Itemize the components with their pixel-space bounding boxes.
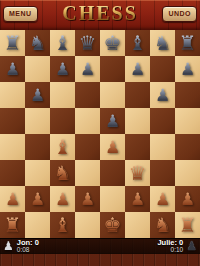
square-c3[interactable]: ♞ <box>50 160 75 186</box>
piece-black-pawn[interactable]: ♟ <box>130 56 145 82</box>
square-b7[interactable] <box>25 56 50 82</box>
square-b3[interactable] <box>25 160 50 186</box>
piece-black-knight[interactable]: ♞ <box>154 30 172 56</box>
square-f7[interactable]: ♟ <box>125 56 150 82</box>
square-d6[interactable] <box>75 82 100 108</box>
square-d1[interactable] <box>75 212 100 238</box>
square-a7[interactable]: ♟ <box>0 56 25 82</box>
square-f3[interactable]: ♛ <box>125 160 150 186</box>
white-player-info: ♟ Jon: 0 0:08 <box>3 239 39 254</box>
square-a8[interactable]: ♜ <box>0 30 25 56</box>
square-d2[interactable]: ♟ <box>75 186 100 212</box>
square-d7[interactable]: ♟ <box>75 56 100 82</box>
square-f8[interactable]: ♝ <box>125 30 150 56</box>
piece-black-bishop[interactable]: ♝ <box>129 30 147 56</box>
piece-white-rook[interactable]: ♜ <box>179 212 197 238</box>
square-b1[interactable] <box>25 212 50 238</box>
piece-black-rook[interactable]: ♜ <box>4 30 22 56</box>
square-g1[interactable]: ♞ <box>150 212 175 238</box>
square-c7[interactable]: ♟ <box>50 56 75 82</box>
square-d4[interactable] <box>75 134 100 160</box>
piece-black-pawn[interactable]: ♟ <box>155 82 170 108</box>
square-c8[interactable]: ♝ <box>50 30 75 56</box>
square-b2[interactable]: ♟ <box>25 186 50 212</box>
square-c6[interactable] <box>50 82 75 108</box>
piece-white-bishop[interactable]: ♝ <box>54 212 72 238</box>
square-b6[interactable]: ♟ <box>25 82 50 108</box>
square-e1[interactable]: ♚ <box>100 212 125 238</box>
square-f4[interactable] <box>125 134 150 160</box>
square-c2[interactable]: ♟ <box>50 186 75 212</box>
piece-black-queen[interactable]: ♛ <box>79 30 97 56</box>
square-g7[interactable] <box>150 56 175 82</box>
square-a2[interactable]: ♟ <box>0 186 25 212</box>
square-h1[interactable]: ♜ <box>175 212 200 238</box>
black-player-clock: 0:10 <box>171 247 184 254</box>
top-bar: MENU CHESS UNDO <box>0 0 200 31</box>
square-f2[interactable]: ♟ <box>125 186 150 212</box>
square-d8[interactable]: ♛ <box>75 30 100 56</box>
square-f1[interactable] <box>125 212 150 238</box>
piece-black-rook[interactable]: ♜ <box>179 30 197 56</box>
piece-white-pawn[interactable]: ♟ <box>30 186 45 212</box>
square-c1[interactable]: ♝ <box>50 212 75 238</box>
piece-white-pawn[interactable]: ♟ <box>5 186 20 212</box>
square-h7[interactable]: ♟ <box>175 56 200 82</box>
square-f6[interactable] <box>125 82 150 108</box>
piece-black-knight[interactable]: ♞ <box>29 30 47 56</box>
piece-black-pawn[interactable]: ♟ <box>105 108 120 134</box>
piece-white-rook[interactable]: ♜ <box>4 212 22 238</box>
piece-white-king[interactable]: ♚ <box>104 212 122 238</box>
piece-white-pawn[interactable]: ♟ <box>130 186 145 212</box>
piece-white-knight[interactable]: ♞ <box>54 160 72 186</box>
square-d5[interactable] <box>75 108 100 134</box>
piece-white-pawn[interactable]: ♟ <box>80 186 95 212</box>
square-f5[interactable] <box>125 108 150 134</box>
black-pawn-icon: ♟ <box>186 239 197 253</box>
square-g2[interactable]: ♟ <box>150 186 175 212</box>
piece-black-pawn[interactable]: ♟ <box>80 56 95 82</box>
square-e3[interactable] <box>100 160 125 186</box>
square-a5[interactable] <box>0 108 25 134</box>
piece-white-pawn[interactable]: ♟ <box>180 186 195 212</box>
status-bar: ♟ Jon: 0 0:08 Julie: 0 0:10 ♟ <box>0 238 200 254</box>
square-b5[interactable] <box>25 108 50 134</box>
square-e5[interactable]: ♟ <box>100 108 125 134</box>
square-c4[interactable]: ♝ <box>50 134 75 160</box>
square-d3[interactable] <box>75 160 100 186</box>
chess-app: MENU CHESS UNDO ♜♞♝♛♚♝♞♜♟♟♟♟♟♟♟♟♝♟♞♛♟♟♟♟… <box>0 0 200 266</box>
piece-black-bishop[interactable]: ♝ <box>54 30 72 56</box>
square-h2[interactable]: ♟ <box>175 186 200 212</box>
square-g6[interactable]: ♟ <box>150 82 175 108</box>
square-e6[interactable] <box>100 82 125 108</box>
piece-white-queen[interactable]: ♛ <box>129 160 147 186</box>
piece-white-pawn[interactable]: ♟ <box>155 186 170 212</box>
square-a4[interactable] <box>0 134 25 160</box>
square-b4[interactable] <box>25 134 50 160</box>
square-h8[interactable]: ♜ <box>175 30 200 56</box>
square-e4[interactable]: ♟ <box>100 134 125 160</box>
white-player-clock: 0:08 <box>17 247 39 254</box>
square-a3[interactable] <box>0 160 25 186</box>
square-c5[interactable] <box>50 108 75 134</box>
piece-white-bishop[interactable]: ♝ <box>54 134 72 160</box>
square-g3[interactable] <box>150 160 175 186</box>
piece-white-pawn[interactable]: ♟ <box>105 134 120 160</box>
square-h4[interactable] <box>175 134 200 160</box>
square-a1[interactable]: ♜ <box>0 212 25 238</box>
piece-black-pawn[interactable]: ♟ <box>5 56 20 82</box>
square-e7[interactable] <box>100 56 125 82</box>
white-player-score: Jon: 0 <box>17 239 39 247</box>
square-e8[interactable]: ♚ <box>100 30 125 56</box>
undo-button[interactable]: UNDO <box>162 6 197 22</box>
square-g8[interactable]: ♞ <box>150 30 175 56</box>
square-g5[interactable] <box>150 108 175 134</box>
piece-black-pawn[interactable]: ♟ <box>55 56 70 82</box>
piece-black-pawn[interactable]: ♟ <box>180 56 195 82</box>
square-a6[interactable] <box>0 82 25 108</box>
square-e2[interactable] <box>100 186 125 212</box>
chess-board: ♜♞♝♛♚♝♞♜♟♟♟♟♟♟♟♟♝♟♞♛♟♟♟♟♟♟♟♜♝♚♞♜ <box>0 30 200 238</box>
piece-white-pawn[interactable]: ♟ <box>55 186 70 212</box>
square-b8[interactable]: ♞ <box>25 30 50 56</box>
square-h5[interactable] <box>175 108 200 134</box>
black-player-score: Julie: 0 <box>157 239 183 247</box>
square-h3[interactable] <box>175 160 200 186</box>
square-g4[interactable] <box>150 134 175 160</box>
piece-black-king[interactable]: ♚ <box>104 30 122 56</box>
square-h6[interactable] <box>175 82 200 108</box>
black-player-info: Julie: 0 0:10 ♟ <box>157 239 197 254</box>
piece-black-pawn[interactable]: ♟ <box>30 82 45 108</box>
piece-white-knight[interactable]: ♞ <box>154 212 172 238</box>
white-pawn-icon: ♟ <box>3 239 14 253</box>
